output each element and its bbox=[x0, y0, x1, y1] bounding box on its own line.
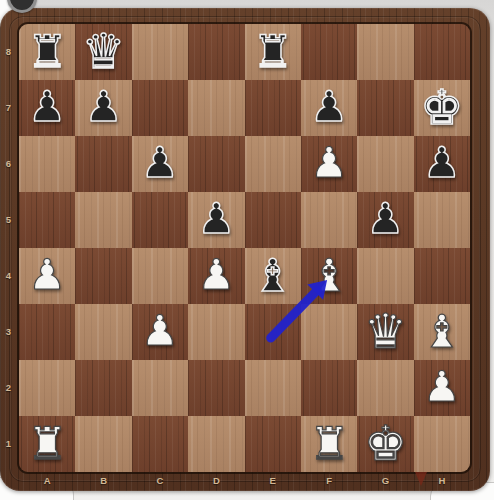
piece-black-rook-a8[interactable]: ♜ bbox=[27, 29, 67, 74]
wood-grain-detail bbox=[415, 472, 427, 486]
square-f7[interactable]: ♟ bbox=[301, 80, 357, 136]
square-a8[interactable]: ♜ bbox=[19, 24, 75, 80]
piece-black-pawn-f7[interactable]: ♟ bbox=[310, 86, 348, 128]
piece-black-pawn-d5[interactable]: ♟ bbox=[197, 198, 235, 240]
square-d5[interactable]: ♟ bbox=[188, 192, 244, 248]
piece-white-rook-f1[interactable]: ♜ bbox=[309, 421, 349, 466]
square-g8[interactable] bbox=[357, 24, 413, 80]
piece-black-pawn-g5[interactable]: ♟ bbox=[367, 198, 405, 240]
rank-label-6: 6 bbox=[2, 158, 15, 170]
square-a5[interactable] bbox=[19, 192, 75, 248]
square-d7[interactable] bbox=[188, 80, 244, 136]
piece-black-rook-e8[interactable]: ♜ bbox=[253, 29, 293, 74]
square-d6[interactable] bbox=[188, 136, 244, 192]
square-b2[interactable] bbox=[75, 360, 131, 416]
piece-white-bishop-h3[interactable]: ♝ bbox=[422, 309, 462, 354]
square-b4[interactable] bbox=[75, 248, 131, 304]
square-c5[interactable] bbox=[132, 192, 188, 248]
square-e8[interactable]: ♜ bbox=[245, 24, 301, 80]
piece-white-pawn-c3[interactable]: ♟ bbox=[141, 310, 179, 352]
square-b5[interactable] bbox=[75, 192, 131, 248]
square-g5[interactable]: ♟ bbox=[357, 192, 413, 248]
piece-white-bishop-f4[interactable]: ♝ bbox=[309, 253, 349, 298]
rank-label-3: 3 bbox=[2, 326, 15, 338]
file-label-g: G bbox=[377, 475, 393, 487]
piece-black-pawn-c6[interactable]: ♟ bbox=[141, 142, 179, 184]
piece-white-pawn-f6[interactable]: ♟ bbox=[310, 142, 348, 184]
chess-board[interactable]: ♜♛♜♟♟♟♚♟♟♟♟♟♟♟♝♝♟♛♝♟♜♜♚ 87654321ABCDEFGH bbox=[0, 8, 490, 491]
square-b8[interactable]: ♛ bbox=[75, 24, 131, 80]
piece-black-pawn-b7[interactable]: ♟ bbox=[85, 86, 123, 128]
square-h5[interactable] bbox=[414, 192, 470, 248]
square-g1[interactable]: ♚ bbox=[357, 416, 413, 472]
square-c3[interactable]: ♟ bbox=[132, 304, 188, 360]
square-b3[interactable] bbox=[75, 304, 131, 360]
square-d4[interactable]: ♟ bbox=[188, 248, 244, 304]
file-label-d: D bbox=[208, 475, 224, 487]
square-a6[interactable] bbox=[19, 136, 75, 192]
piece-black-queen-b8[interactable]: ♛ bbox=[82, 27, 125, 75]
square-a7[interactable]: ♟ bbox=[19, 80, 75, 136]
piece-white-king-g1[interactable]: ♚ bbox=[364, 419, 407, 467]
square-g7[interactable] bbox=[357, 80, 413, 136]
square-g3[interactable]: ♛ bbox=[357, 304, 413, 360]
square-e3[interactable] bbox=[245, 304, 301, 360]
square-a3[interactable] bbox=[19, 304, 75, 360]
square-b6[interactable] bbox=[75, 136, 131, 192]
rank-label-7: 7 bbox=[2, 102, 15, 114]
piece-black-king-h7[interactable]: ♚ bbox=[420, 83, 463, 131]
square-e4[interactable]: ♝ bbox=[245, 248, 301, 304]
rank-label-1: 1 bbox=[2, 438, 15, 450]
square-h1[interactable] bbox=[414, 416, 470, 472]
square-e7[interactable] bbox=[245, 80, 301, 136]
square-f2[interactable] bbox=[301, 360, 357, 416]
piece-black-pawn-a7[interactable]: ♟ bbox=[28, 86, 66, 128]
square-c1[interactable] bbox=[132, 416, 188, 472]
square-a1[interactable]: ♜ bbox=[19, 416, 75, 472]
square-g2[interactable] bbox=[357, 360, 413, 416]
rank-label-2: 2 bbox=[2, 382, 15, 394]
chess-board-squares[interactable]: ♜♛♜♟♟♟♚♟♟♟♟♟♟♟♝♝♟♛♝♟♜♜♚ bbox=[19, 24, 470, 472]
rank-label-4: 4 bbox=[2, 270, 15, 282]
square-f1[interactable]: ♜ bbox=[301, 416, 357, 472]
rank-label-8: 8 bbox=[2, 46, 15, 58]
square-c4[interactable] bbox=[132, 248, 188, 304]
file-label-b: B bbox=[96, 475, 112, 487]
square-h7[interactable]: ♚ bbox=[414, 80, 470, 136]
square-d1[interactable] bbox=[188, 416, 244, 472]
page-background: ♜♛♜♟♟♟♚♟♟♟♟♟♟♟♝♝♟♛♝♟♜♜♚ 87654321ABCDEFGH bbox=[0, 0, 494, 500]
file-label-e: E bbox=[265, 475, 281, 487]
square-h3[interactable]: ♝ bbox=[414, 304, 470, 360]
square-a2[interactable] bbox=[19, 360, 75, 416]
square-e1[interactable] bbox=[245, 416, 301, 472]
piece-white-pawn-a4[interactable]: ♟ bbox=[28, 254, 66, 296]
piece-black-bishop-e4[interactable]: ♝ bbox=[253, 253, 293, 298]
square-f5[interactable] bbox=[301, 192, 357, 248]
square-h6[interactable]: ♟ bbox=[414, 136, 470, 192]
file-label-f: F bbox=[321, 475, 337, 487]
square-g4[interactable] bbox=[357, 248, 413, 304]
file-label-a: A bbox=[39, 475, 55, 487]
square-b1[interactable] bbox=[75, 416, 131, 472]
piece-white-rook-a1[interactable]: ♜ bbox=[27, 421, 67, 466]
square-e5[interactable] bbox=[245, 192, 301, 248]
piece-black-pawn-h6[interactable]: ♟ bbox=[423, 142, 461, 184]
rank-label-5: 5 bbox=[2, 214, 15, 226]
square-f3[interactable] bbox=[301, 304, 357, 360]
square-a4[interactable]: ♟ bbox=[19, 248, 75, 304]
square-h4[interactable] bbox=[414, 248, 470, 304]
square-c7[interactable] bbox=[132, 80, 188, 136]
file-label-c: C bbox=[152, 475, 168, 487]
file-label-h: H bbox=[434, 475, 450, 487]
square-g6[interactable] bbox=[357, 136, 413, 192]
square-c8[interactable] bbox=[132, 24, 188, 80]
square-c2[interactable] bbox=[132, 360, 188, 416]
square-f6[interactable]: ♟ bbox=[301, 136, 357, 192]
square-b7[interactable]: ♟ bbox=[75, 80, 131, 136]
piece-white-queen-g3[interactable]: ♛ bbox=[364, 307, 407, 355]
square-c6[interactable]: ♟ bbox=[132, 136, 188, 192]
square-e2[interactable] bbox=[245, 360, 301, 416]
square-d3[interactable] bbox=[188, 304, 244, 360]
piece-white-pawn-d4[interactable]: ♟ bbox=[197, 254, 235, 296]
square-h8[interactable] bbox=[414, 24, 470, 80]
piece-white-pawn-h2[interactable]: ♟ bbox=[423, 366, 461, 408]
square-d2[interactable] bbox=[188, 360, 244, 416]
square-e6[interactable] bbox=[245, 136, 301, 192]
square-h2[interactable]: ♟ bbox=[414, 360, 470, 416]
square-f4[interactable]: ♝ bbox=[301, 248, 357, 304]
square-f8[interactable] bbox=[301, 24, 357, 80]
square-d8[interactable] bbox=[188, 24, 244, 80]
